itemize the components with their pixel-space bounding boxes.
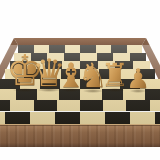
square — [126, 100, 149, 112]
square — [96, 45, 112, 53]
square — [150, 100, 160, 112]
square — [155, 112, 160, 125]
square — [130, 112, 155, 125]
board-rank — [0, 100, 160, 112]
square — [80, 100, 103, 112]
square — [10, 100, 33, 112]
square — [5, 112, 30, 125]
square — [130, 53, 147, 61]
square — [111, 45, 127, 53]
square — [105, 112, 130, 125]
square — [0, 100, 10, 112]
board-frame-near-rail — [0, 124, 160, 147]
square — [80, 45, 96, 53]
square — [57, 100, 80, 112]
square — [30, 112, 55, 125]
square — [34, 100, 57, 112]
square — [127, 45, 143, 53]
piece-pawn: ♟ — [126, 65, 150, 92]
square — [103, 100, 126, 112]
square — [55, 112, 80, 125]
chess-set-photo: ♚♛♝♞♜♟ — [0, 0, 160, 160]
square — [65, 45, 81, 53]
board-rank — [0, 112, 160, 125]
square — [80, 112, 105, 125]
